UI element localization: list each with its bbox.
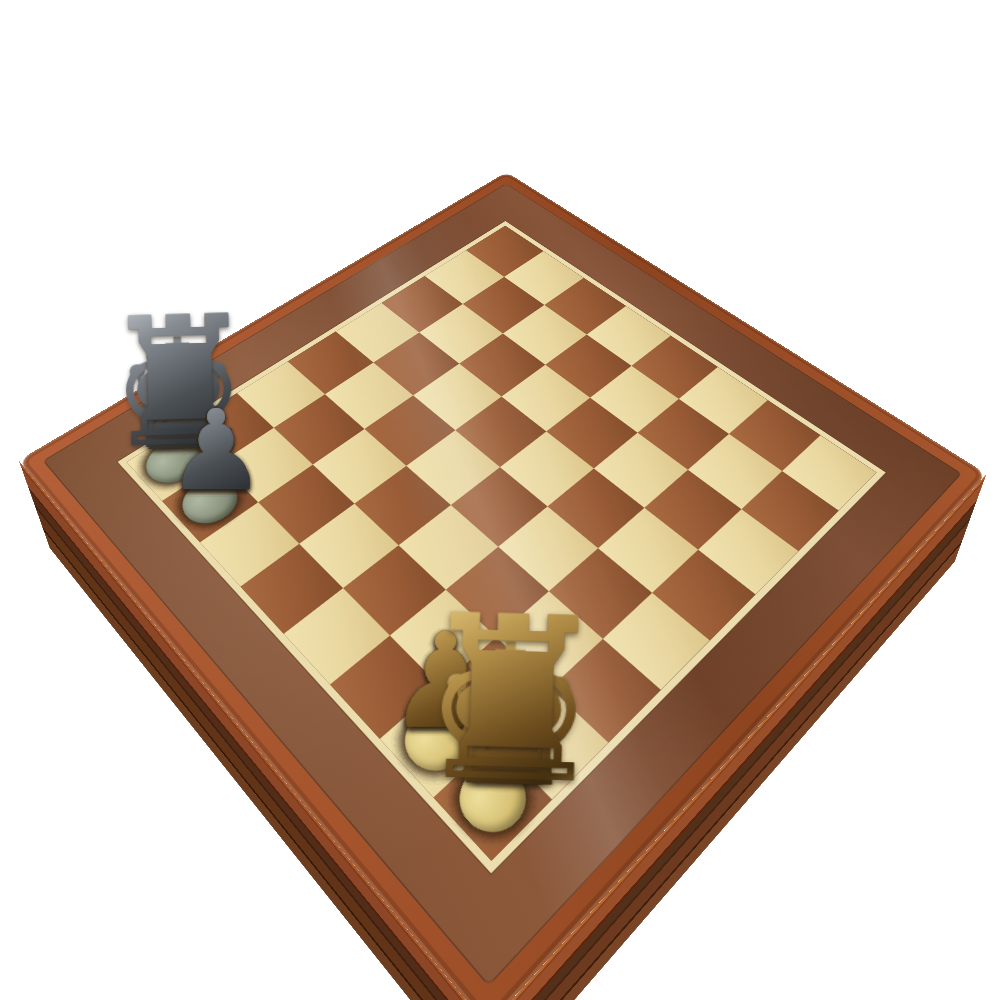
photo-canvas: ♜♞♝♛♚♝♞♜♟♟♟♟♟♟♟♟♟♟♟♟♟♟♟♟♜♞♝♛♚♝♞♜ <box>0 0 1000 1000</box>
wooden-chess-box: ♜♞♝♛♚♝♞♜♟♟♟♟♟♟♟♟♟♟♟♟♟♟♟♟♜♞♝♛♚♝♞♜ <box>50 255 955 1000</box>
board-top-frame: ♜♞♝♛♚♝♞♜♟♟♟♟♟♟♟♟♟♟♟♟♟♟♟♟♜♞♝♛♚♝♞♜ <box>19 172 987 1000</box>
pawn-glyph: ♟ <box>128 396 305 507</box>
rook-glyph: ♜ <box>399 585 624 817</box>
pieces-layer: ♜♞♝♛♚♝♞♜♟♟♟♟♟♟♟♟♟♟♟♟♟♟♟♟♜♞♝♛♚♝♞♜ <box>19 172 987 1000</box>
